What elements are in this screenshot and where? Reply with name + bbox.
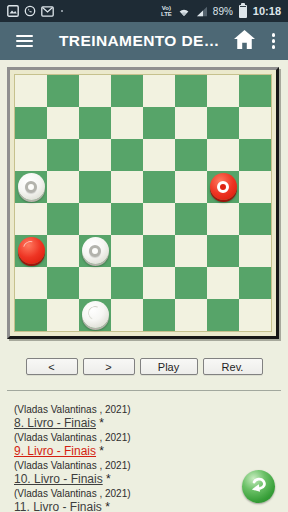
board-square[interactable] <box>15 139 47 171</box>
battery-percent: 89% <box>213 6 233 17</box>
board-square[interactable] <box>143 139 175 171</box>
author-line: (Vladas Valantinas , 2021) <box>14 403 288 416</box>
board-square[interactable] <box>111 203 143 235</box>
board-square[interactable] <box>207 267 239 299</box>
exercise-link-8[interactable]: 8. Livro - Finais * <box>14 416 288 431</box>
board-square[interactable] <box>239 139 271 171</box>
board-square[interactable] <box>15 235 47 267</box>
white-king-piece[interactable] <box>18 173 45 200</box>
board-square[interactable] <box>239 203 271 235</box>
battery-icon <box>239 5 247 18</box>
board-square[interactable] <box>111 235 143 267</box>
home-icon[interactable] <box>233 29 256 54</box>
board-square[interactable] <box>143 235 175 267</box>
board-square[interactable] <box>15 299 47 331</box>
white-king-piece[interactable] <box>82 237 109 264</box>
red-man-piece[interactable] <box>18 237 45 264</box>
overflow-menu-icon[interactable] <box>270 31 277 50</box>
volte-icon: Vo) LTE <box>161 5 172 17</box>
board-square[interactable] <box>239 171 271 203</box>
board-square[interactable] <box>79 299 111 331</box>
board-square[interactable] <box>207 107 239 139</box>
board-frame <box>7 67 279 339</box>
board-square[interactable] <box>239 235 271 267</box>
board-square[interactable] <box>47 203 79 235</box>
board-square[interactable] <box>143 299 175 331</box>
board-square[interactable] <box>239 107 271 139</box>
board-square[interactable] <box>79 171 111 203</box>
board-square[interactable] <box>47 235 79 267</box>
board-square[interactable] <box>47 171 79 203</box>
board-square[interactable] <box>175 107 207 139</box>
board-square[interactable] <box>47 107 79 139</box>
next-exercise-fab[interactable] <box>242 470 275 503</box>
notification-dot-icon <box>61 10 63 12</box>
board <box>15 75 271 331</box>
board-square[interactable] <box>143 267 175 299</box>
wifi-icon <box>177 6 191 17</box>
board-square[interactable] <box>143 171 175 203</box>
screenshot-icon <box>7 5 19 17</box>
board-square[interactable] <box>47 299 79 331</box>
board-square[interactable] <box>175 267 207 299</box>
author-line: (Vladas Valantinas , 2021) <box>14 459 288 472</box>
board-square[interactable] <box>15 203 47 235</box>
board-square[interactable] <box>15 75 47 107</box>
board-square[interactable] <box>79 107 111 139</box>
board-square[interactable] <box>175 75 207 107</box>
next-move-button[interactable]: > <box>83 358 135 375</box>
board-square[interactable] <box>143 203 175 235</box>
board-square[interactable] <box>15 171 47 203</box>
board-square[interactable] <box>239 299 271 331</box>
white-man-piece[interactable] <box>82 301 109 328</box>
red-king-piece[interactable] <box>210 173 237 200</box>
board-square[interactable] <box>143 107 175 139</box>
page-title: TREINAMENTO DE… <box>59 32 233 50</box>
board-square[interactable] <box>79 235 111 267</box>
board-square[interactable] <box>15 267 47 299</box>
signal-icon <box>196 6 208 17</box>
board-square[interactable] <box>175 139 207 171</box>
board-square[interactable] <box>15 107 47 139</box>
rev-button[interactable]: Rev. <box>203 358 263 375</box>
menu-icon[interactable] <box>16 32 33 50</box>
board-square[interactable] <box>143 75 175 107</box>
status-bar: Vo) LTE 89% 10:18 <box>0 0 288 22</box>
exercise-link-9-selected[interactable]: 9. Livro - Finais * <box>14 444 288 459</box>
board-square[interactable] <box>175 235 207 267</box>
app-bar: TREINAMENTO DE… <box>0 22 288 60</box>
board-square[interactable] <box>207 299 239 331</box>
board-square[interactable] <box>79 75 111 107</box>
board-square[interactable] <box>175 203 207 235</box>
exercise-link-11[interactable]: 11. Livro - Finais * <box>14 500 288 512</box>
list-divider <box>7 390 281 391</box>
status-time: 10:18 <box>253 5 281 17</box>
author-line: (Vladas Valantinas , 2021) <box>14 431 288 444</box>
board-square[interactable] <box>111 171 143 203</box>
board-square[interactable] <box>207 171 239 203</box>
board-square[interactable] <box>111 75 143 107</box>
board-square[interactable] <box>79 203 111 235</box>
gmail-icon <box>41 6 54 17</box>
board-square[interactable] <box>111 139 143 171</box>
redo-arrow-icon <box>248 474 269 499</box>
board-square[interactable] <box>207 203 239 235</box>
board-square[interactable] <box>111 107 143 139</box>
board-square[interactable] <box>111 267 143 299</box>
board-square[interactable] <box>79 139 111 171</box>
board-square[interactable] <box>239 267 271 299</box>
board-square[interactable] <box>47 139 79 171</box>
board-square[interactable] <box>207 139 239 171</box>
board-square[interactable] <box>239 75 271 107</box>
board-square[interactable] <box>47 267 79 299</box>
whatsapp-icon <box>24 5 36 17</box>
board-square[interactable] <box>47 75 79 107</box>
prev-move-button[interactable]: < <box>26 358 78 375</box>
move-controls: < > Play Rev. <box>0 358 288 375</box>
board-square[interactable] <box>175 171 207 203</box>
board-square[interactable] <box>175 299 207 331</box>
board-square[interactable] <box>207 235 239 267</box>
board-square[interactable] <box>79 267 111 299</box>
play-button[interactable]: Play <box>140 358 198 375</box>
board-square[interactable] <box>111 299 143 331</box>
board-square[interactable] <box>207 75 239 107</box>
